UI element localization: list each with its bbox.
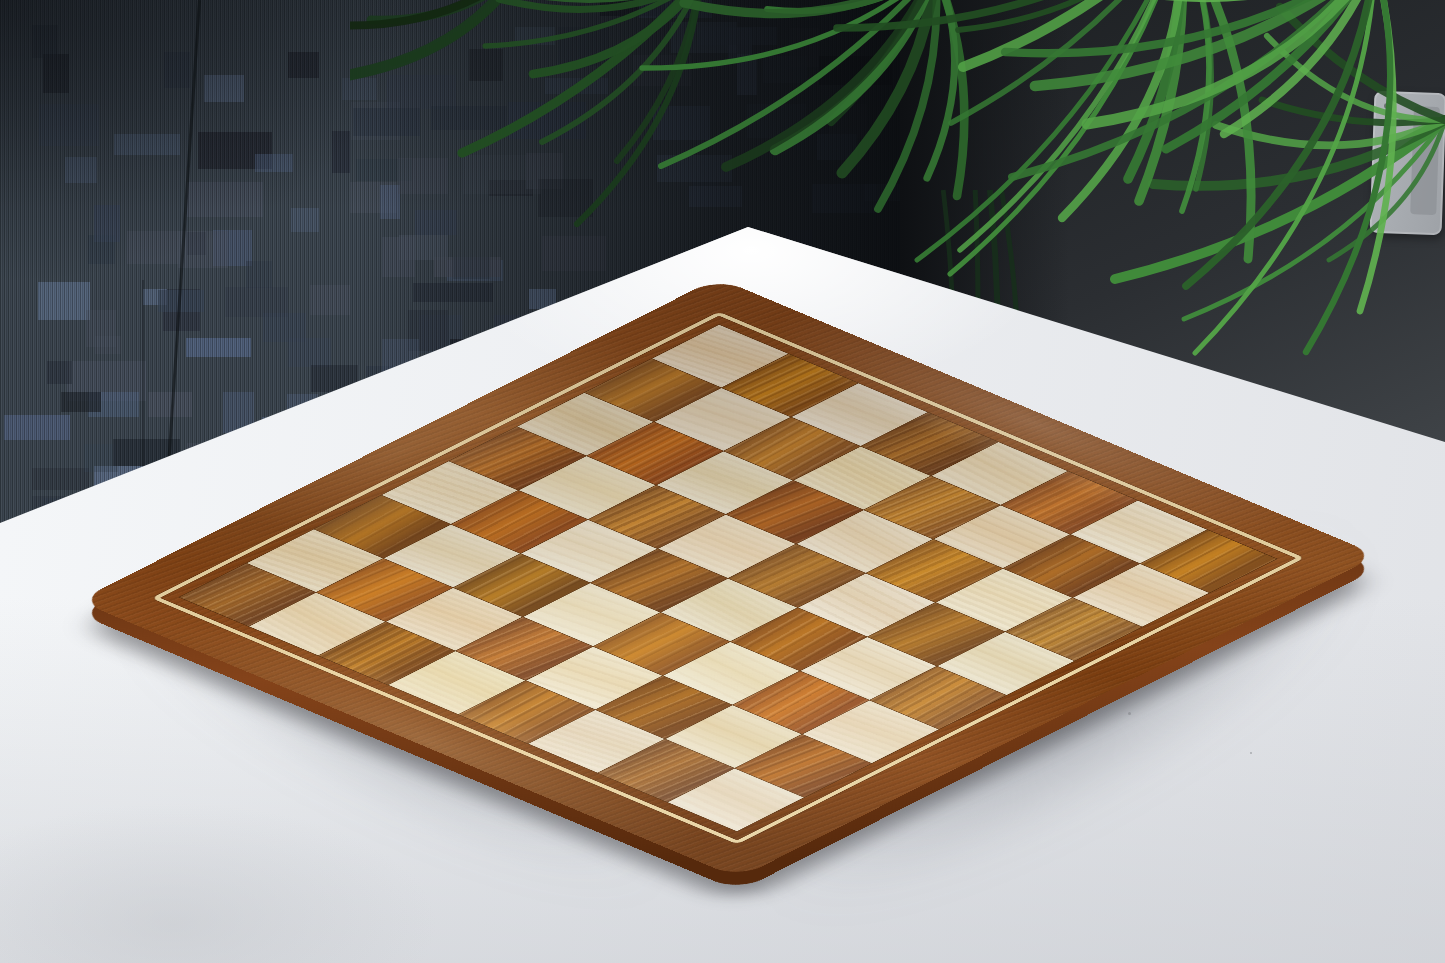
dust-speck <box>1128 712 1131 715</box>
scene <box>0 0 1445 963</box>
dust-speck <box>1250 752 1252 754</box>
palm-leaf <box>927 0 955 178</box>
